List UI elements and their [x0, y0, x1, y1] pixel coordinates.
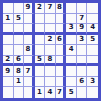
cell-r9c2[interactable] [14, 87, 25, 98]
cell-r8c8[interactable]: 6 [77, 77, 88, 88]
cell-r5c9[interactable] [87, 45, 98, 56]
cell-r3c6[interactable] [56, 24, 67, 35]
cell-r7c6[interactable] [56, 66, 67, 77]
cell-r4c1[interactable] [3, 35, 14, 46]
cell-r8c6[interactable] [56, 77, 67, 88]
cell-r6c3[interactable] [24, 56, 35, 67]
cell-r3c9[interactable]: 4 [87, 24, 98, 35]
cell-r4c6[interactable]: 6 [56, 35, 67, 46]
cell-r8c1[interactable] [3, 77, 14, 88]
cell-r4c7[interactable] [66, 35, 77, 46]
cell-r3c3[interactable] [24, 24, 35, 35]
cell-r6c7[interactable] [66, 56, 77, 67]
cell-r8c3[interactable] [24, 77, 35, 88]
cell-r6c2[interactable]: 6 [14, 56, 25, 67]
cell-r2c1[interactable]: 1 [3, 14, 14, 25]
cell-r5c3[interactable]: 8 [24, 45, 35, 56]
cell-r8c5[interactable] [45, 77, 56, 88]
sudoku-board: 927815739426358426589871631475 [0, 0, 101, 101]
cell-r9c6[interactable]: 7 [56, 87, 67, 98]
cell-r6c8[interactable] [77, 56, 88, 67]
cell-r4c2[interactable] [14, 35, 25, 46]
cell-r2c4[interactable] [35, 14, 46, 25]
cell-r2c3[interactable] [24, 14, 35, 25]
cell-r9c4[interactable]: 1 [35, 87, 46, 98]
cell-r5c6[interactable] [56, 45, 67, 56]
cell-r9c9[interactable] [87, 87, 98, 98]
cell-r7c7[interactable] [66, 66, 77, 77]
cell-r6c9[interactable] [87, 56, 98, 67]
cell-r3c7[interactable]: 3 [66, 24, 77, 35]
cell-r7c9[interactable] [87, 66, 98, 77]
cell-r1c7[interactable] [66, 3, 77, 14]
cell-r4c8[interactable]: 3 [77, 35, 88, 46]
cell-r2c6[interactable] [56, 14, 67, 25]
cell-r8c9[interactable]: 3 [87, 77, 98, 88]
cell-r7c5[interactable] [45, 66, 56, 77]
cell-r1c5[interactable]: 7 [45, 3, 56, 14]
cell-r7c8[interactable] [77, 66, 88, 77]
cell-r1c8[interactable] [77, 3, 88, 14]
cell-r4c9[interactable]: 5 [87, 35, 98, 46]
cell-r9c1[interactable] [3, 87, 14, 98]
cell-r6c5[interactable]: 8 [45, 56, 56, 67]
cell-r5c8[interactable] [77, 45, 88, 56]
cell-r3c4[interactable] [35, 24, 46, 35]
cell-r1c6[interactable]: 8 [56, 3, 67, 14]
cell-r9c5[interactable]: 4 [45, 87, 56, 98]
cell-r6c1[interactable]: 2 [3, 56, 14, 67]
cell-r1c1[interactable] [3, 3, 14, 14]
cell-r1c9[interactable] [87, 3, 98, 14]
cell-r4c3[interactable] [24, 35, 35, 46]
cell-r7c1[interactable]: 9 [3, 66, 14, 77]
cell-r3c5[interactable] [45, 24, 56, 35]
cell-r3c1[interactable] [3, 24, 14, 35]
cell-r6c6[interactable] [56, 56, 67, 67]
cell-r1c2[interactable] [14, 3, 25, 14]
cell-r8c4[interactable] [35, 77, 46, 88]
cell-r6c4[interactable]: 5 [35, 56, 46, 67]
cell-r8c2[interactable]: 1 [14, 77, 25, 88]
cell-r7c2[interactable]: 8 [14, 66, 25, 77]
cell-r3c2[interactable] [14, 24, 25, 35]
cell-r7c3[interactable]: 7 [24, 66, 35, 77]
cell-r8c7[interactable] [66, 77, 77, 88]
cell-r2c5[interactable] [45, 14, 56, 25]
cell-r9c7[interactable]: 5 [66, 87, 77, 98]
cell-r9c8[interactable] [77, 87, 88, 98]
cell-r1c4[interactable]: 2 [35, 3, 46, 14]
cell-r3c8[interactable]: 9 [77, 24, 88, 35]
cell-r4c4[interactable] [35, 35, 46, 46]
cell-r2c2[interactable]: 5 [14, 14, 25, 25]
cell-r7c4[interactable] [35, 66, 46, 77]
cell-r4c5[interactable]: 2 [45, 35, 56, 46]
cell-r1c3[interactable]: 9 [24, 3, 35, 14]
cell-r5c7[interactable]: 4 [66, 45, 77, 56]
cell-r9c3[interactable] [24, 87, 35, 98]
